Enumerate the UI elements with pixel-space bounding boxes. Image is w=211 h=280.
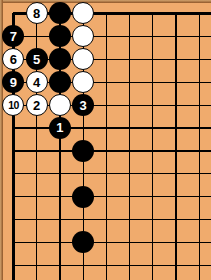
stone-black-move-7: 7 xyxy=(2,25,24,47)
stone-black-move-3: 3 xyxy=(72,94,94,116)
stone-black xyxy=(49,2,71,24)
stone-white xyxy=(72,2,94,24)
stone-black xyxy=(49,71,71,93)
stone-white-move-8: 8 xyxy=(26,2,48,24)
stone-white xyxy=(72,48,94,70)
stone-black-move-1: 1 xyxy=(49,117,71,139)
stone-white-move-4: 4 xyxy=(26,71,48,93)
stone-black xyxy=(49,48,71,70)
stone-white-move-2: 2 xyxy=(26,94,48,116)
stone-black-move-5: 5 xyxy=(26,48,48,70)
stone-black xyxy=(72,231,94,253)
stone-white-move-10: 10 xyxy=(2,94,24,116)
stone-white xyxy=(72,71,94,93)
stone-black xyxy=(49,25,71,47)
stone-white xyxy=(72,25,94,47)
stone-black xyxy=(72,140,94,162)
stone-black xyxy=(72,186,94,208)
stone-white xyxy=(49,94,71,116)
stone-black-move-9: 9 xyxy=(2,71,24,93)
go-board: 87659410231 xyxy=(0,0,211,280)
stones-layer: 87659410231 xyxy=(2,2,211,277)
stone-white-move-6: 6 xyxy=(2,48,24,70)
